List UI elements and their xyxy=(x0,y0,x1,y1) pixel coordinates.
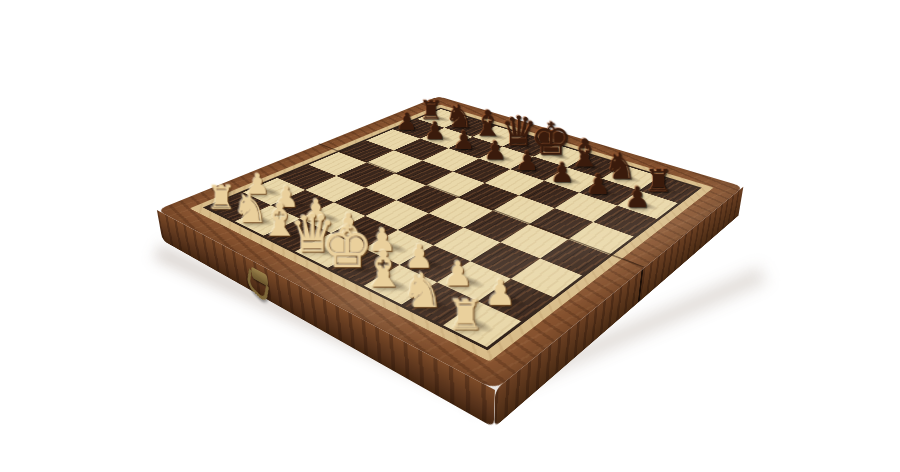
black-pawn-glyph: ♟ xyxy=(576,171,620,199)
board-top-surface: ♜♞♝♛♚♝♞♜♟♟♟♟♟♟♟♟♟♟♟♟♟♟♟♟♜♞♝♛♚♝♞♜ xyxy=(157,96,743,390)
black-pawn-glyph: ♟ xyxy=(614,183,659,212)
chess-board: ♜♞♝♛♚♝♞♜♟♟♟♟♟♟♟♟♟♟♟♟♟♟♟♟♜♞♝♛♚♝♞♜ xyxy=(157,96,743,390)
product-photo-stage: ♜♞♝♛♚♝♞♜♟♟♟♟♟♟♟♟♟♟♟♟♟♟♟♟♜♞♝♛♚♝♞♜ xyxy=(0,0,900,472)
scene-3d: ♜♞♝♛♚♝♞♜♟♟♟♟♟♟♟♟♟♟♟♟♟♟♟♟♜♞♝♛♚♝♞♜ xyxy=(0,0,900,472)
fold-seam-side xyxy=(638,269,644,304)
brass-clasp-icon xyxy=(246,264,276,311)
white-rook-glyph: ♜ xyxy=(436,294,493,336)
